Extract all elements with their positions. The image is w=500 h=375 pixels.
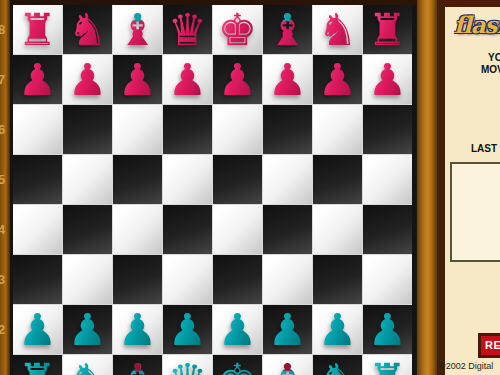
board-square-f1[interactable]: ♝♝ bbox=[263, 355, 312, 375]
board-square-a7[interactable]: ♟ bbox=[13, 55, 62, 104]
board-square-f3[interactable] bbox=[263, 255, 312, 304]
rank-label: 3 bbox=[0, 255, 9, 305]
board-square-b8[interactable]: ♞ bbox=[63, 5, 112, 54]
board-square-e4[interactable] bbox=[213, 205, 262, 254]
board-square-e2[interactable]: ♟ bbox=[213, 305, 262, 354]
copyright-text: ©2002 Digital bbox=[439, 361, 493, 371]
pink-pawn-piece[interactable]: ♟ bbox=[13, 55, 62, 104]
teal-pawn-piece[interactable]: ♟ bbox=[313, 305, 362, 354]
board-square-h2[interactable]: ♟ bbox=[363, 305, 412, 354]
flash-logo: flash bbox=[454, 11, 500, 38]
board-square-e6[interactable] bbox=[213, 105, 262, 154]
board-square-b5[interactable] bbox=[63, 155, 112, 204]
board-square-h1[interactable]: ♜ bbox=[363, 355, 412, 375]
board-square-d7[interactable]: ♟ bbox=[163, 55, 212, 104]
board-square-h4[interactable] bbox=[363, 205, 412, 254]
sidebar-panel: flash YOUR MOVE LAST MOVE RESET ©2002 Di… bbox=[437, 0, 500, 375]
board-square-d8[interactable]: ♛ bbox=[163, 5, 212, 54]
teal-pawn-piece[interactable]: ♟ bbox=[63, 305, 112, 354]
pink-pawn-piece[interactable]: ♟ bbox=[313, 55, 362, 104]
wood-frame-right bbox=[417, 0, 437, 375]
board-square-c2[interactable]: ♟ bbox=[113, 305, 162, 354]
board-square-f2[interactable]: ♟ bbox=[263, 305, 312, 354]
last-move-label: LAST MOVE bbox=[471, 143, 500, 154]
board-square-f5[interactable] bbox=[263, 155, 312, 204]
pink-knight-piece[interactable]: ♞ bbox=[313, 5, 362, 54]
board-square-d1[interactable]: ♛ bbox=[163, 355, 212, 375]
board-square-g8[interactable]: ♞ bbox=[313, 5, 362, 54]
pink-rook-piece[interactable]: ♜ bbox=[13, 5, 62, 54]
teal-rook-piece[interactable]: ♜ bbox=[13, 355, 62, 375]
board-square-d5[interactable] bbox=[163, 155, 212, 204]
board-square-b4[interactable] bbox=[63, 205, 112, 254]
teal-king-piece[interactable]: ♚ bbox=[213, 355, 262, 375]
rank-label: 2 bbox=[0, 305, 9, 355]
rank-label: 6 bbox=[0, 105, 9, 155]
board-square-c1[interactable]: ♝♝ bbox=[113, 355, 162, 375]
status-text-line2: MOVE bbox=[481, 64, 500, 75]
board-square-c6[interactable] bbox=[113, 105, 162, 154]
teal-rook-piece[interactable]: ♜ bbox=[363, 355, 412, 375]
teal-knight-piece[interactable]: ♞ bbox=[63, 355, 112, 375]
board-top-edge bbox=[13, 0, 417, 5]
board-square-d6[interactable] bbox=[163, 105, 212, 154]
board-square-a4[interactable] bbox=[13, 205, 62, 254]
board-square-g5[interactable] bbox=[313, 155, 362, 204]
pink-pawn-piece[interactable]: ♟ bbox=[63, 55, 112, 104]
board-square-c5[interactable] bbox=[113, 155, 162, 204]
teal-pawn-piece[interactable]: ♟ bbox=[113, 305, 162, 354]
teal-pawn-piece[interactable]: ♟ bbox=[13, 305, 62, 354]
board-square-f8[interactable]: ♝♝ bbox=[263, 5, 312, 54]
board-square-e7[interactable]: ♟ bbox=[213, 55, 262, 104]
rank-label: 4 bbox=[0, 205, 9, 255]
board-square-f6[interactable] bbox=[263, 105, 312, 154]
board-square-f7[interactable]: ♟ bbox=[263, 55, 312, 104]
board-square-f4[interactable] bbox=[263, 205, 312, 254]
status-text-line1: YOUR bbox=[488, 52, 500, 63]
board-square-h7[interactable]: ♟ bbox=[363, 55, 412, 104]
board-square-a6[interactable] bbox=[13, 105, 62, 154]
pink-queen-piece[interactable]: ♛ bbox=[163, 5, 212, 54]
pink-pawn-piece[interactable]: ♟ bbox=[113, 55, 162, 104]
rank-label: 7 bbox=[0, 55, 9, 105]
rank-label: 8 bbox=[0, 5, 9, 55]
reset-button[interactable]: RESET bbox=[478, 333, 500, 358]
board-square-e1[interactable]: ♚ bbox=[213, 355, 262, 375]
board-square-a3[interactable] bbox=[13, 255, 62, 304]
board-square-h6[interactable] bbox=[363, 105, 412, 154]
board-square-a5[interactable] bbox=[13, 155, 62, 204]
board-square-a2[interactable]: ♟ bbox=[13, 305, 62, 354]
board-square-g1[interactable]: ♞ bbox=[313, 355, 362, 375]
pink-pawn-piece[interactable]: ♟ bbox=[163, 55, 212, 104]
pink-knight-piece[interactable]: ♞ bbox=[63, 5, 112, 54]
board-square-b3[interactable] bbox=[63, 255, 112, 304]
board-square-d2[interactable]: ♟ bbox=[163, 305, 212, 354]
board-square-a8[interactable]: ♜ bbox=[13, 5, 62, 54]
board-square-b1[interactable]: ♞ bbox=[63, 355, 112, 375]
rank-label: 1 bbox=[0, 355, 9, 375]
chess-board: ♜♞♝♝♛♚♝♝♞♜♟♟♟♟♟♟♟♟♟♟♟♟♟♟♟♟♜♞♝♝♛♚♝♝♞♜ bbox=[13, 5, 416, 375]
board-square-e3[interactable] bbox=[213, 255, 262, 304]
board-square-d3[interactable] bbox=[163, 255, 212, 304]
board-square-h5[interactable] bbox=[363, 155, 412, 204]
teal-pawn-piece[interactable]: ♟ bbox=[213, 305, 262, 354]
pink-rook-piece[interactable]: ♜ bbox=[363, 5, 412, 54]
board-square-g3[interactable] bbox=[313, 255, 362, 304]
board-square-b6[interactable] bbox=[63, 105, 112, 154]
pink-pawn-piece[interactable]: ♟ bbox=[213, 55, 262, 104]
last-move-box bbox=[450, 162, 500, 262]
board-square-g4[interactable] bbox=[313, 205, 362, 254]
pink-pawn-piece[interactable]: ♟ bbox=[363, 55, 412, 104]
board-square-c7[interactable]: ♟ bbox=[113, 55, 162, 104]
board-square-c4[interactable] bbox=[113, 205, 162, 254]
teal-queen-piece[interactable]: ♛ bbox=[163, 355, 212, 375]
board-square-e5[interactable] bbox=[213, 155, 262, 204]
board-square-h8[interactable]: ♜ bbox=[363, 5, 412, 54]
board-square-b7[interactable]: ♟ bbox=[63, 55, 112, 104]
teal-pawn-piece[interactable]: ♟ bbox=[263, 305, 312, 354]
pink-king-piece[interactable]: ♚ bbox=[213, 5, 262, 54]
board-square-a1[interactable]: ♜ bbox=[13, 355, 62, 375]
board-square-e8[interactable]: ♚ bbox=[213, 5, 262, 54]
board-square-g7[interactable]: ♟ bbox=[313, 55, 362, 104]
teal-pawn-piece[interactable]: ♟ bbox=[163, 305, 212, 354]
board-square-g6[interactable] bbox=[313, 105, 362, 154]
rank-label: 5 bbox=[0, 155, 9, 205]
teal-knight-piece[interactable]: ♞ bbox=[313, 355, 362, 375]
board-square-c3[interactable] bbox=[113, 255, 162, 304]
board-square-c8[interactable]: ♝♝ bbox=[113, 5, 162, 54]
rank-labels: 87654321 bbox=[0, 5, 9, 375]
board-square-d4[interactable] bbox=[163, 205, 212, 254]
board-square-h3[interactable] bbox=[363, 255, 412, 304]
pink-pawn-piece[interactable]: ♟ bbox=[263, 55, 312, 104]
teal-pawn-piece[interactable]: ♟ bbox=[363, 305, 412, 354]
game-window: 87654321 ♜♞♝♝♛♚♝♝♞♜♟♟♟♟♟♟♟♟♟♟♟♟♟♟♟♟♜♞♝♝♛… bbox=[0, 0, 500, 375]
board-square-b2[interactable]: ♟ bbox=[63, 305, 112, 354]
board-square-g2[interactable]: ♟ bbox=[313, 305, 362, 354]
